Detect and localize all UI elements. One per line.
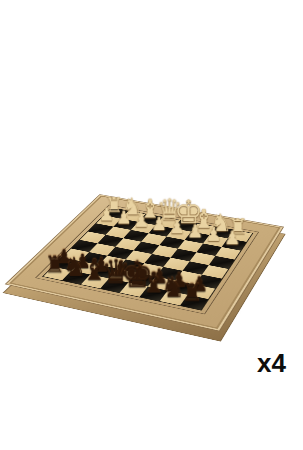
piece-black-knight: ♞ xyxy=(161,274,183,301)
piece-black-knight: ♞ xyxy=(63,254,84,280)
piece-black-rook: ♜ xyxy=(181,281,203,305)
piece-white-pawn: ♟ xyxy=(149,215,168,233)
piece-black-bishop: ♝ xyxy=(140,268,162,297)
piece-black-king: ♚ xyxy=(121,256,142,292)
piece-black-queen: ♛ xyxy=(101,255,122,288)
product-photo: ♜♞♝♛♚♝♞♜♟♟♟♟♟♟♟♟♟♟♟♟♟♟♟♟♜♞♝♛♚♝♞♜ x4 xyxy=(0,0,303,450)
piece-black-bishop: ♝ xyxy=(82,256,103,285)
piece-white-pawn: ♟ xyxy=(167,218,186,236)
piece-white-pawn: ♟ xyxy=(222,228,242,247)
piece-white-pawn: ♟ xyxy=(204,225,224,244)
piece-white-pawn: ♟ xyxy=(185,222,204,240)
piece-white-pawn: ♟ xyxy=(97,206,116,224)
piece-white-pawn: ♟ xyxy=(114,209,133,227)
quantity-label: x4 xyxy=(257,348,286,379)
piece-white-pawn: ♟ xyxy=(132,212,151,230)
